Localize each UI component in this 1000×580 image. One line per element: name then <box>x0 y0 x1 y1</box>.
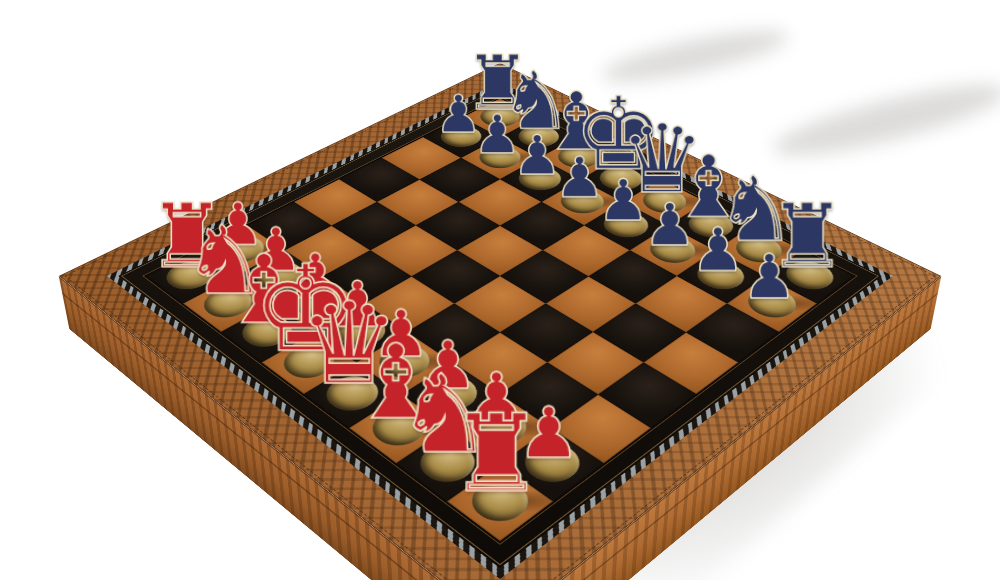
rook-glyph: ♜ <box>400 405 594 503</box>
chess-case: ♜♞♝♚♛♝♞♜♟♟♟♟♟♟♟♟♟♟♟♟♟♟♟♟♜♞♝♚♛♝♞♜ <box>59 63 941 580</box>
pawn-glyph: ♟ <box>687 248 851 305</box>
product-photo-stage: ♜♞♝♚♛♝♞♜♟♟♟♟♟♟♟♟♟♟♟♟♟♟♟♟♜♞♝♚♛♝♞♜ <box>0 0 1000 580</box>
perspective-wrapper: ♜♞♝♚♛♝♞♜♟♟♟♟♟♟♟♟♟♟♟♟♟♟♟♟♜♞♝♚♛♝♞♜ <box>0 0 1000 580</box>
case-top: ♜♞♝♚♛♝♞♜♟♟♟♟♟♟♟♟♟♟♟♟♟♟♟♟♜♞♝♚♛♝♞♜ <box>59 63 941 580</box>
